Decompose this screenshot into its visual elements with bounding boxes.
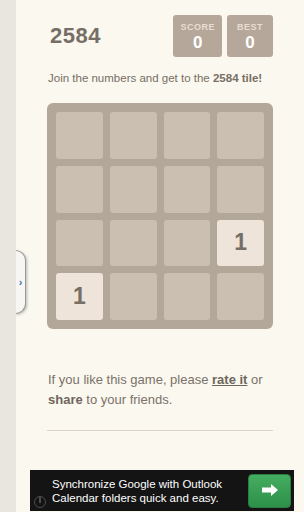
share-link[interactable]: share	[48, 392, 83, 407]
empty-cell	[56, 112, 103, 159]
tile-1: 1	[217, 220, 264, 267]
page-title: 2584	[47, 23, 101, 49]
subtitle-text: Join the numbers and get to the	[48, 72, 213, 84]
empty-cell	[164, 273, 211, 320]
empty-cell	[164, 112, 211, 159]
rate-link[interactable]: rate it	[212, 372, 247, 387]
empty-cell	[217, 112, 264, 159]
ad-line1: Synchronize Google with Outlook	[52, 477, 222, 491]
empty-cell	[110, 220, 157, 267]
chevron-right-icon: ›	[19, 277, 23, 287]
empty-cell	[56, 220, 103, 267]
best-box: BEST 0	[227, 15, 273, 57]
empty-cell	[217, 166, 264, 213]
empty-cell	[110, 112, 157, 159]
ad-text: Synchronize Google with Outlook Calendar…	[52, 477, 222, 505]
footer-part1: If you like this game, please	[48, 372, 212, 387]
tile-1: 1	[56, 273, 103, 320]
empty-cell	[164, 166, 211, 213]
footer-part2: or	[247, 372, 262, 387]
score-label: SCORE	[180, 21, 215, 33]
ad-banner[interactable]: Synchronize Google with Outlook Calendar…	[30, 470, 294, 511]
footer-text: If you like this game, please rate it or…	[47, 370, 273, 410]
app-screen: 2584 SCORE 0 BEST 0 Join the numbers and…	[16, 0, 304, 512]
score-panel: SCORE 0 BEST 0	[173, 15, 273, 57]
subtitle: Join the numbers and get to the 2584 til…	[47, 72, 273, 84]
empty-cell	[56, 166, 103, 213]
game-board[interactable]: 11	[47, 103, 273, 329]
arrow-right-icon	[261, 483, 279, 500]
subtitle-goal: 2584 tile!	[213, 72, 262, 84]
ad-cta-button[interactable]	[248, 474, 291, 508]
footer-part3: to your friends.	[83, 392, 173, 407]
best-label: BEST	[237, 21, 263, 33]
empty-cell	[217, 273, 264, 320]
score-value: 0	[193, 33, 202, 52]
score-box: SCORE 0	[173, 15, 222, 57]
empty-cell	[110, 166, 157, 213]
ad-info-icon[interactable]	[34, 496, 46, 508]
ad-line2: Calendar folders quick and easy.	[52, 491, 222, 505]
divider	[47, 430, 273, 431]
header: 2584 SCORE 0 BEST 0	[47, 15, 273, 57]
empty-cell	[110, 273, 157, 320]
edge-drawer-handle[interactable]: ›	[16, 250, 26, 314]
best-value: 0	[245, 33, 254, 52]
empty-cell	[164, 220, 211, 267]
